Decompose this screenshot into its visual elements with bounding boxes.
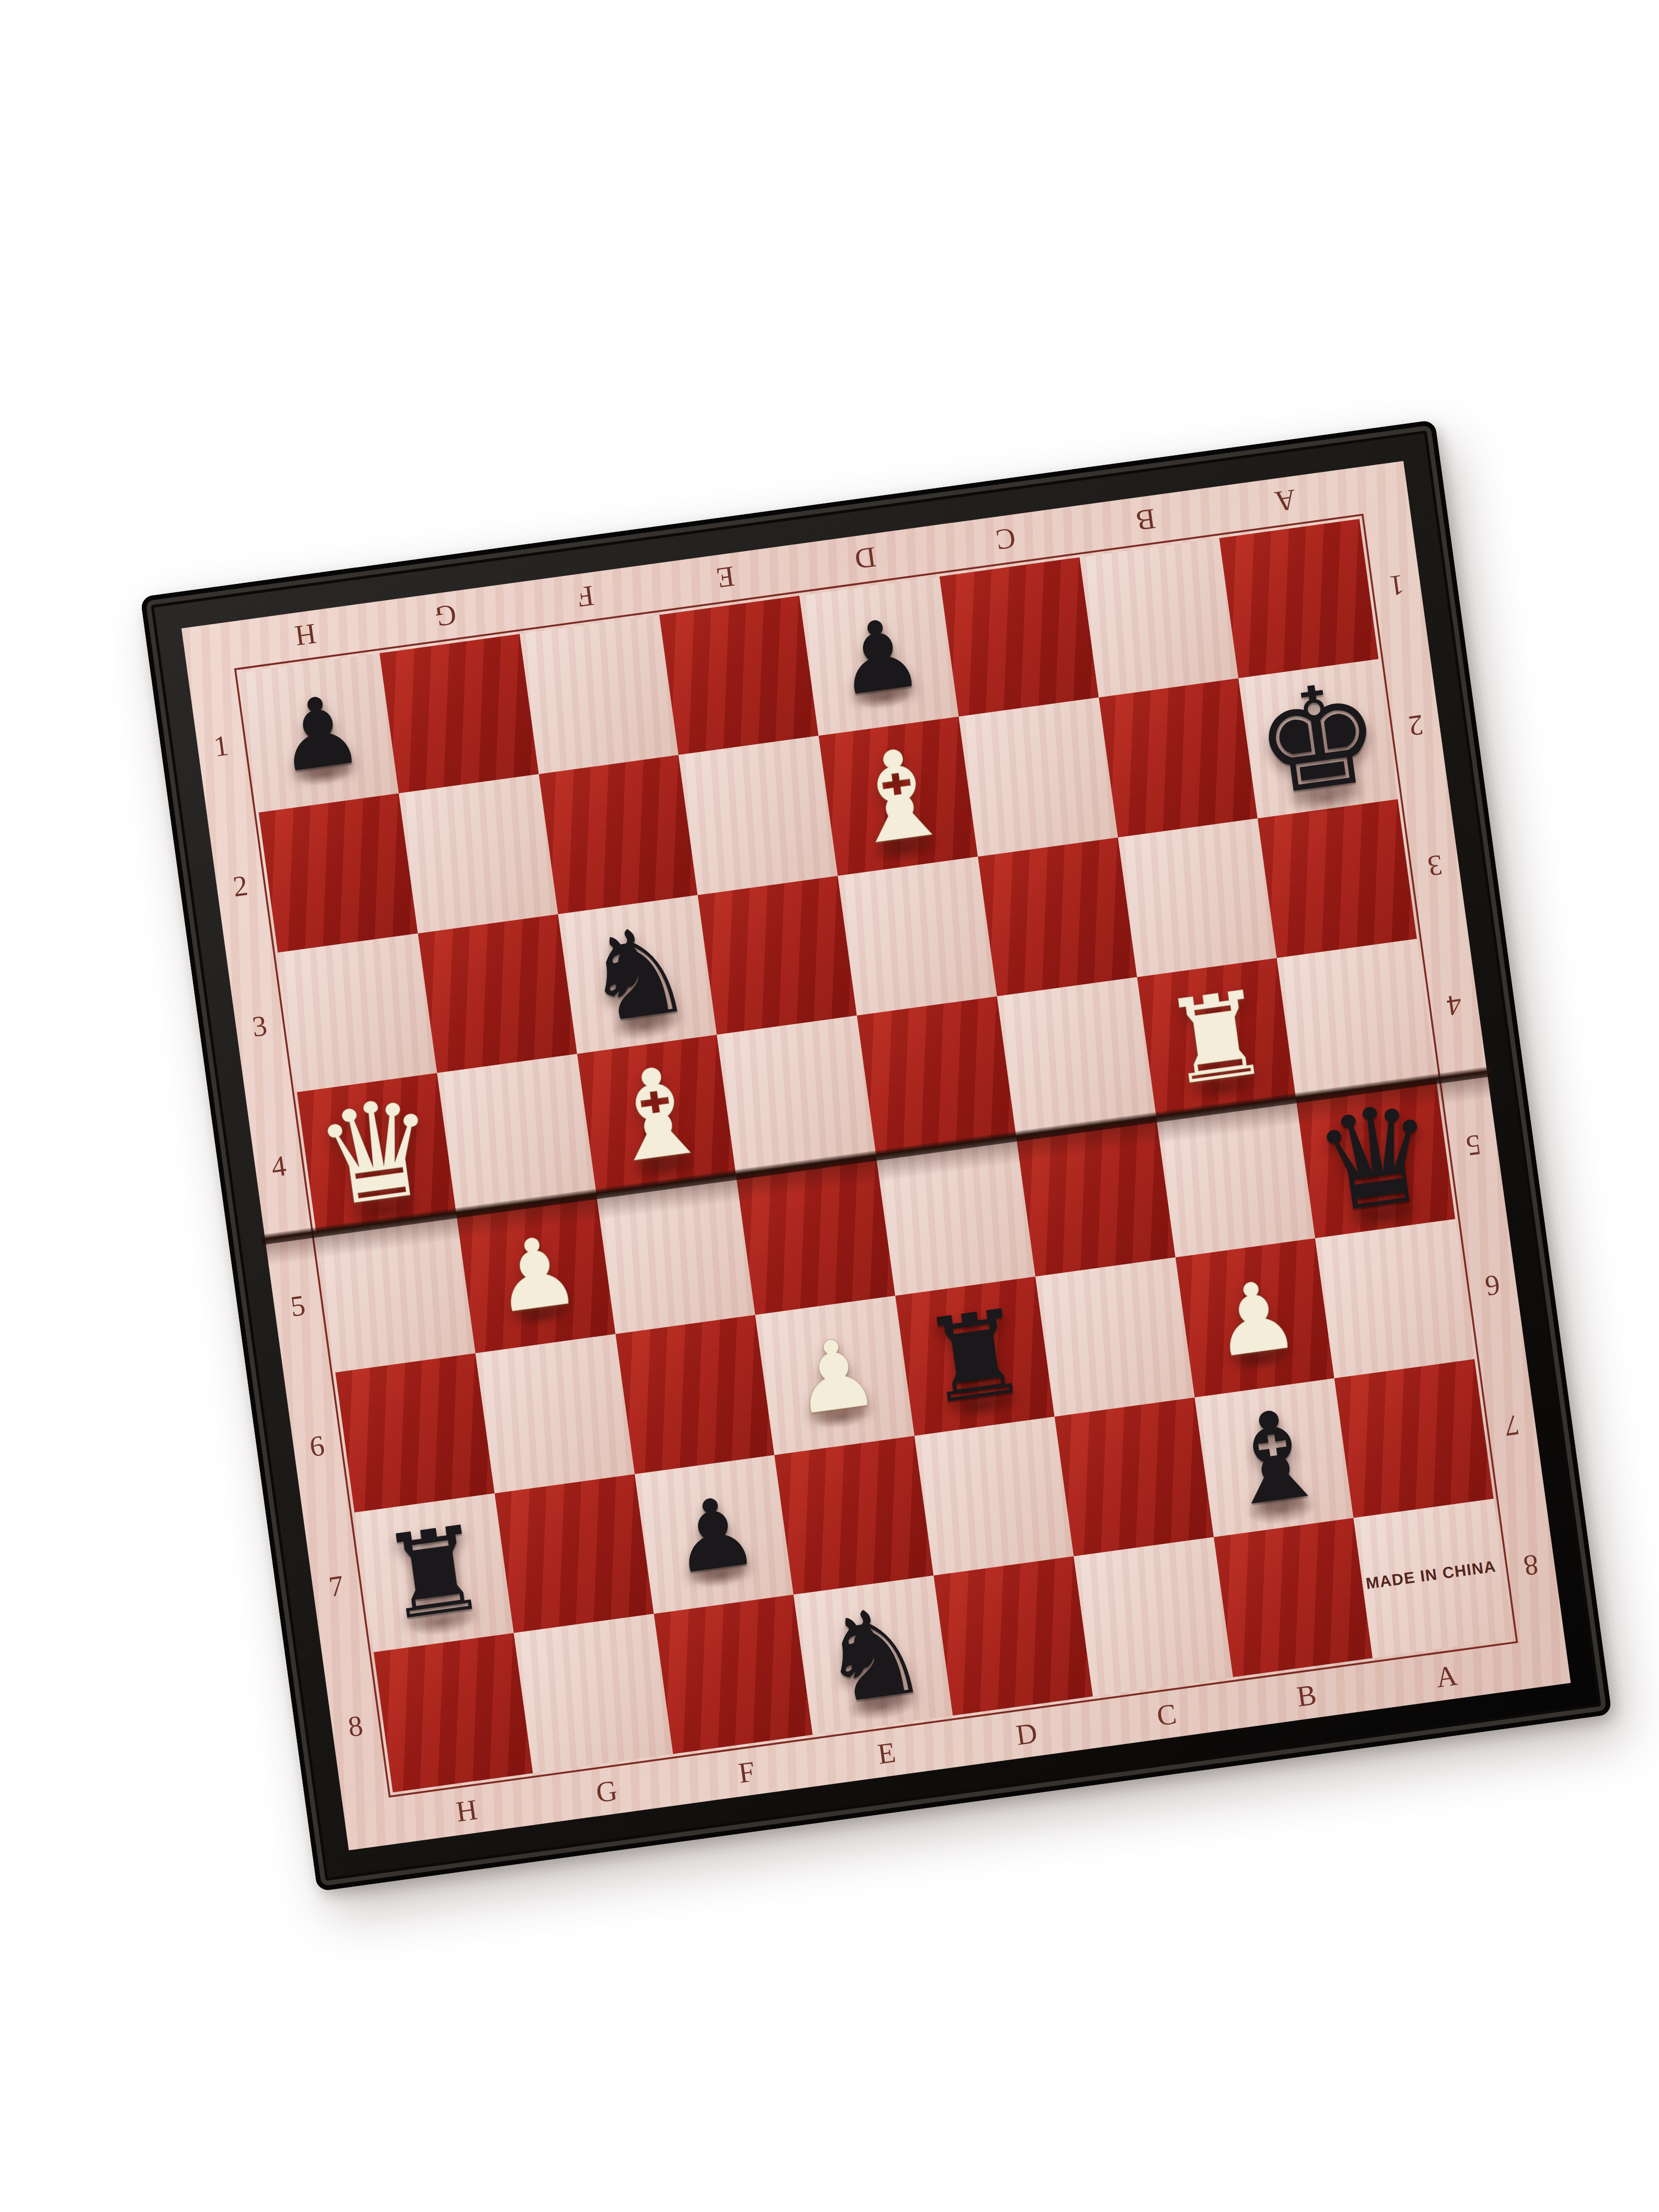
square-b3	[1118, 818, 1277, 977]
knight-glyph: ♞	[811, 1588, 935, 1723]
square-h2	[258, 793, 418, 952]
square-b8	[1214, 1518, 1373, 1677]
square-g2	[398, 774, 558, 933]
square-f8	[654, 1595, 813, 1754]
rook-glyph: ♜	[915, 1292, 1034, 1421]
square-c3	[978, 837, 1137, 996]
square-d8	[934, 1556, 1093, 1716]
square-d4	[857, 996, 1016, 1156]
square-c6	[1035, 1257, 1194, 1416]
queen-glyph: ♛	[308, 1078, 446, 1228]
square-c4	[997, 977, 1156, 1136]
pawn-glyph: ♟	[665, 1482, 763, 1589]
white-bishop-d2: ♝	[835, 728, 961, 864]
square-f1	[519, 615, 678, 774]
square-h8	[374, 1633, 533, 1792]
square-h6	[335, 1353, 494, 1512]
square-c8	[1074, 1537, 1233, 1696]
white-rook-b4: ♜	[1157, 973, 1276, 1103]
square-c2	[959, 697, 1118, 856]
square-e7	[774, 1436, 934, 1595]
rook-glyph: ♜	[375, 1509, 494, 1638]
product-photo-scene: HGFEDCBA HGFEDCBA 12345678 12345678 MADE…	[0, 0, 1659, 2212]
square-c7	[1054, 1397, 1214, 1556]
square-e2	[678, 736, 838, 895]
square-e1	[659, 596, 818, 755]
chess-board: HGFEDCBA HGFEDCBA 12345678 12345678 MADE…	[140, 420, 1612, 1892]
square-g7	[494, 1474, 654, 1633]
square-g4	[437, 1054, 596, 1213]
black-knight-f3: ♞	[575, 907, 699, 1042]
black-pawn-d1: ♟	[830, 604, 928, 710]
square-b1	[1079, 538, 1239, 697]
white-pawn-b6: ♟	[1206, 1265, 1304, 1372]
square-f2	[538, 755, 698, 914]
rook-glyph: ♜	[1157, 973, 1276, 1103]
black-king-a2: ♚	[1246, 661, 1389, 817]
square-f6	[615, 1315, 774, 1474]
square-g3	[418, 914, 577, 1073]
white-queen-h4: ♛	[308, 1078, 446, 1228]
king-glyph: ♚	[1246, 661, 1389, 817]
square-d3	[838, 856, 997, 1016]
square-e3	[698, 876, 857, 1035]
bishop-glyph: ♝	[594, 1047, 719, 1183]
square-a6	[1315, 1219, 1475, 1378]
pawn-glyph: ♟	[786, 1323, 884, 1430]
black-knight-e8: ♞	[811, 1588, 935, 1723]
black-rook-h7: ♜	[375, 1509, 494, 1638]
black-pawn-f7: ♟	[665, 1482, 763, 1589]
white-bishop-f4: ♝	[594, 1047, 719, 1183]
square-d7	[914, 1416, 1074, 1576]
knight-glyph: ♞	[575, 907, 699, 1042]
white-pawn-g5: ♟	[487, 1221, 585, 1328]
black-rook-d6: ♜	[915, 1292, 1034, 1421]
pawn-glyph: ♟	[830, 604, 928, 710]
pawn-glyph: ♟	[487, 1221, 585, 1328]
bishop-glyph: ♝	[1211, 1390, 1337, 1526]
square-a7	[1335, 1359, 1494, 1518]
black-pawn-h1: ♟	[270, 680, 369, 787]
pawn-glyph: ♟	[1206, 1265, 1304, 1372]
square-b2	[1099, 678, 1258, 837]
bishop-glyph: ♝	[835, 728, 961, 864]
square-g1	[379, 634, 538, 793]
square-g6	[475, 1334, 634, 1493]
square-e4	[717, 1016, 876, 1175]
white-pawn-e6: ♟	[786, 1323, 884, 1430]
square-c1	[939, 557, 1099, 716]
square-g8	[514, 1614, 673, 1773]
black-bishop-b7: ♝	[1211, 1390, 1337, 1526]
pawn-glyph: ♟	[270, 680, 369, 787]
